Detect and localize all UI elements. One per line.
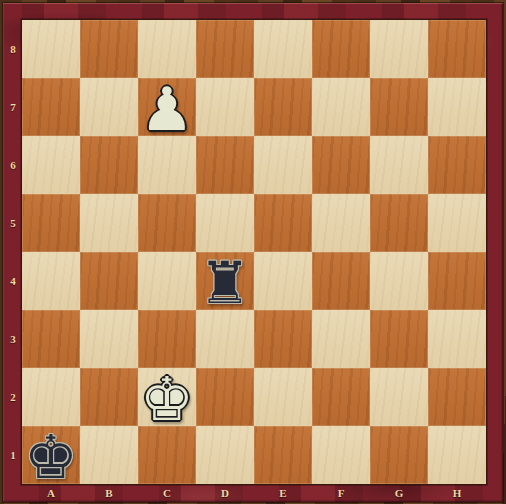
square-e2[interactable]: [254, 368, 312, 426]
square-b5[interactable]: [80, 194, 138, 252]
square-d3[interactable]: [196, 310, 254, 368]
white-king-c2[interactable]: ♚: [140, 369, 194, 429]
square-d8[interactable]: [196, 20, 254, 78]
square-e7[interactable]: [254, 78, 312, 136]
square-h5[interactable]: [428, 194, 486, 252]
black-rook-d4[interactable]: ♜: [199, 254, 251, 312]
square-h6[interactable]: [428, 136, 486, 194]
square-c3[interactable]: [138, 310, 196, 368]
square-c2[interactable]: ♚: [138, 368, 196, 426]
square-d7[interactable]: [196, 78, 254, 136]
square-e1[interactable]: [254, 426, 312, 484]
rank-label-4: 4: [4, 252, 22, 310]
square-d1[interactable]: [196, 426, 254, 484]
square-c8[interactable]: [138, 20, 196, 78]
square-b3[interactable]: [80, 310, 138, 368]
square-a4[interactable]: [22, 252, 80, 310]
square-c4[interactable]: [138, 252, 196, 310]
file-label-g: G: [370, 484, 428, 502]
file-label-e: E: [254, 484, 312, 502]
file-label-f: F: [312, 484, 370, 502]
square-e5[interactable]: [254, 194, 312, 252]
chess-board: ♟♜♚♚: [22, 20, 486, 484]
square-d2[interactable]: [196, 368, 254, 426]
rank-label-7: 7: [4, 78, 22, 136]
square-f6[interactable]: [312, 136, 370, 194]
square-b4[interactable]: [80, 252, 138, 310]
square-d4[interactable]: ♜: [196, 252, 254, 310]
file-label-d: D: [196, 484, 254, 502]
square-c5[interactable]: [138, 194, 196, 252]
square-g8[interactable]: [370, 20, 428, 78]
square-b6[interactable]: [80, 136, 138, 194]
square-e8[interactable]: [254, 20, 312, 78]
rank-label-5: 5: [4, 194, 22, 252]
rank-labels: 87654321: [4, 20, 22, 484]
square-h8[interactable]: [428, 20, 486, 78]
square-a8[interactable]: [22, 20, 80, 78]
square-g5[interactable]: [370, 194, 428, 252]
square-h2[interactable]: [428, 368, 486, 426]
square-b8[interactable]: [80, 20, 138, 78]
square-g2[interactable]: [370, 368, 428, 426]
square-g3[interactable]: [370, 310, 428, 368]
square-g4[interactable]: [370, 252, 428, 310]
square-h3[interactable]: [428, 310, 486, 368]
chess-board-screenshot: ♟♜♚♚ 87654321 ABCDEFGH: [0, 0, 506, 504]
file-label-h: H: [428, 484, 486, 502]
rank-label-6: 6: [4, 136, 22, 194]
square-e4[interactable]: [254, 252, 312, 310]
square-c1[interactable]: [138, 426, 196, 484]
square-a3[interactable]: [22, 310, 80, 368]
rank-label-8: 8: [4, 20, 22, 78]
white-pawn-c7[interactable]: ♟: [140, 79, 194, 139]
square-b1[interactable]: [80, 426, 138, 484]
rank-label-3: 3: [4, 310, 22, 368]
square-f8[interactable]: [312, 20, 370, 78]
square-g1[interactable]: [370, 426, 428, 484]
file-label-c: C: [138, 484, 196, 502]
square-c7[interactable]: ♟: [138, 78, 196, 136]
square-g6[interactable]: [370, 136, 428, 194]
square-c6[interactable]: [138, 136, 196, 194]
rank-label-1: 1: [4, 426, 22, 484]
square-h1[interactable]: [428, 426, 486, 484]
square-h4[interactable]: [428, 252, 486, 310]
square-e6[interactable]: [254, 136, 312, 194]
file-labels: ABCDEFGH: [22, 484, 486, 502]
file-label-a: A: [22, 484, 80, 502]
square-d6[interactable]: [196, 136, 254, 194]
rank-label-2: 2: [4, 368, 22, 426]
square-d5[interactable]: [196, 194, 254, 252]
square-h7[interactable]: [428, 78, 486, 136]
square-f4[interactable]: [312, 252, 370, 310]
square-a1[interactable]: ♚: [22, 426, 80, 484]
square-a2[interactable]: [22, 368, 80, 426]
file-label-b: B: [80, 484, 138, 502]
square-f1[interactable]: [312, 426, 370, 484]
square-e3[interactable]: [254, 310, 312, 368]
square-b7[interactable]: [80, 78, 138, 136]
square-f5[interactable]: [312, 194, 370, 252]
square-a6[interactable]: [22, 136, 80, 194]
square-f2[interactable]: [312, 368, 370, 426]
square-a5[interactable]: [22, 194, 80, 252]
square-a7[interactable]: [22, 78, 80, 136]
square-f7[interactable]: [312, 78, 370, 136]
square-f3[interactable]: [312, 310, 370, 368]
square-b2[interactable]: [80, 368, 138, 426]
square-g7[interactable]: [370, 78, 428, 136]
black-king-a1[interactable]: ♚: [24, 427, 78, 487]
